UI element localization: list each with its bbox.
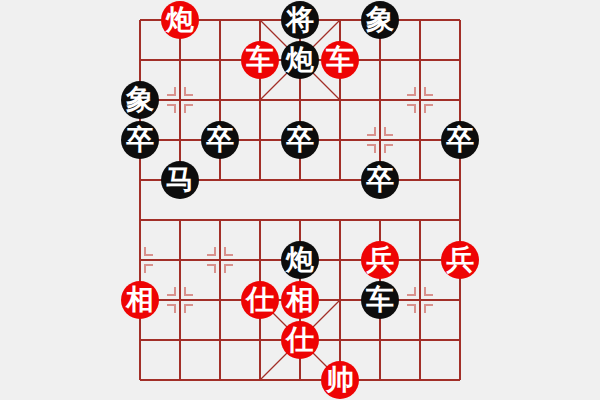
piece-black-soldier[interactable]: 卒 [441, 121, 479, 159]
piece-red-chariot[interactable]: 车 [321, 41, 359, 79]
piece-grid: 炮车车兵兵相仕相仕帅将象炮象卒卒卒卒马卒炮车 [120, 0, 480, 400]
piece-black-soldier[interactable]: 卒 [281, 121, 319, 159]
piece-black-cannon[interactable]: 炮 [281, 41, 319, 79]
piece-black-elephant[interactable]: 象 [361, 1, 399, 39]
piece-black-general[interactable]: 将 [281, 1, 319, 39]
xiangqi-board: 炮车车兵兵相仕相仕帅将象炮象卒卒卒卒马卒炮车 [0, 0, 600, 400]
piece-red-elephant[interactable]: 相 [281, 281, 319, 319]
piece-black-soldier[interactable]: 卒 [201, 121, 239, 159]
piece-red-advisor[interactable]: 仕 [241, 281, 279, 319]
piece-black-soldier[interactable]: 卒 [121, 121, 159, 159]
piece-red-soldier[interactable]: 兵 [361, 241, 399, 279]
piece-red-general[interactable]: 帅 [321, 361, 359, 399]
piece-red-advisor[interactable]: 仕 [281, 321, 319, 359]
piece-red-cannon[interactable]: 炮 [161, 1, 199, 39]
piece-black-cannon[interactable]: 炮 [281, 241, 319, 279]
piece-red-soldier[interactable]: 兵 [441, 241, 479, 279]
piece-red-chariot[interactable]: 车 [241, 41, 279, 79]
piece-black-soldier[interactable]: 卒 [361, 161, 399, 199]
piece-black-elephant[interactable]: 象 [121, 81, 159, 119]
piece-black-chariot[interactable]: 车 [361, 281, 399, 319]
piece-black-horse[interactable]: 马 [161, 161, 199, 199]
piece-red-elephant[interactable]: 相 [121, 281, 159, 319]
